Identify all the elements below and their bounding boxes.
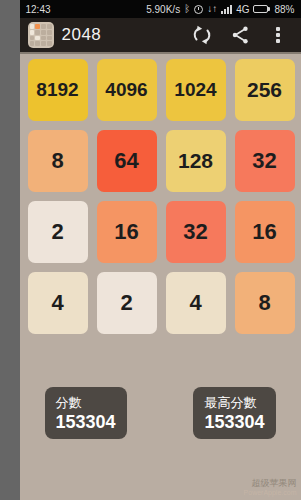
tile: 1024 <box>166 59 226 121</box>
tile: 8192 <box>28 59 88 121</box>
restart-button[interactable] <box>187 20 217 50</box>
overflow-menu-button[interactable] <box>263 20 293 50</box>
tile: 16 <box>235 201 295 263</box>
clock: 12:43 <box>26 4 51 15</box>
app-bar: 2048 <box>20 18 301 54</box>
tile: 4096 <box>97 59 157 121</box>
bluetooth-icon: ᛒ <box>184 4 190 14</box>
game-board-2048[interactable]: 8192 4096 1024 256 8 64 128 32 2 16 32 1… <box>20 54 301 334</box>
score-value: 153304 <box>56 411 116 433</box>
signal-strength-icon <box>221 5 232 14</box>
app-title: 2048 <box>62 25 102 45</box>
overflow-menu-icon <box>276 27 280 43</box>
battery-percent: 88% <box>274 4 294 15</box>
tile: 4 <box>28 272 88 334</box>
tile: 4 <box>166 272 226 334</box>
tile: 8 <box>28 130 88 192</box>
share-button[interactable] <box>225 20 255 50</box>
watermark: 超级苹果网 PowerApple.com <box>244 479 297 497</box>
tile: 32 <box>235 130 295 192</box>
best-score-label: 最高分數 <box>204 394 264 411</box>
data-arrows-icon: ↓↑ <box>207 4 217 14</box>
status-bar: 12:43 5.90K/s ᛒ ↓↑ 4G 88% <box>20 0 301 18</box>
score-panel: 分數 153304 最高分數 153304 <box>20 387 301 439</box>
network-speed: 5.90K/s <box>146 4 180 15</box>
tile: 32 <box>166 201 226 263</box>
tile: 64 <box>97 130 157 192</box>
tile: 8 <box>235 272 295 334</box>
current-score-box: 分數 153304 <box>45 387 127 439</box>
tile: 256 <box>235 59 295 121</box>
best-score-box: 最高分數 153304 <box>193 387 275 439</box>
phone-screen: 12:43 5.90K/s ᛒ ↓↑ 4G 88% 2048 <box>20 0 301 500</box>
tile: 128 <box>166 130 226 192</box>
watermark-line1: 超级苹果网 <box>244 479 297 489</box>
tile: 2 <box>97 272 157 334</box>
tile: 2 <box>28 201 88 263</box>
score-label: 分數 <box>56 394 116 411</box>
watermark-line2: PowerApple.com <box>244 489 297 497</box>
app-icon-2048 <box>28 22 54 48</box>
share-icon <box>229 24 251 46</box>
alarm-icon <box>194 5 203 14</box>
network-type: 4G <box>236 4 249 15</box>
battery-icon <box>253 5 270 13</box>
best-score-value: 153304 <box>204 411 264 433</box>
refresh-icon <box>190 23 214 47</box>
tile: 16 <box>97 201 157 263</box>
